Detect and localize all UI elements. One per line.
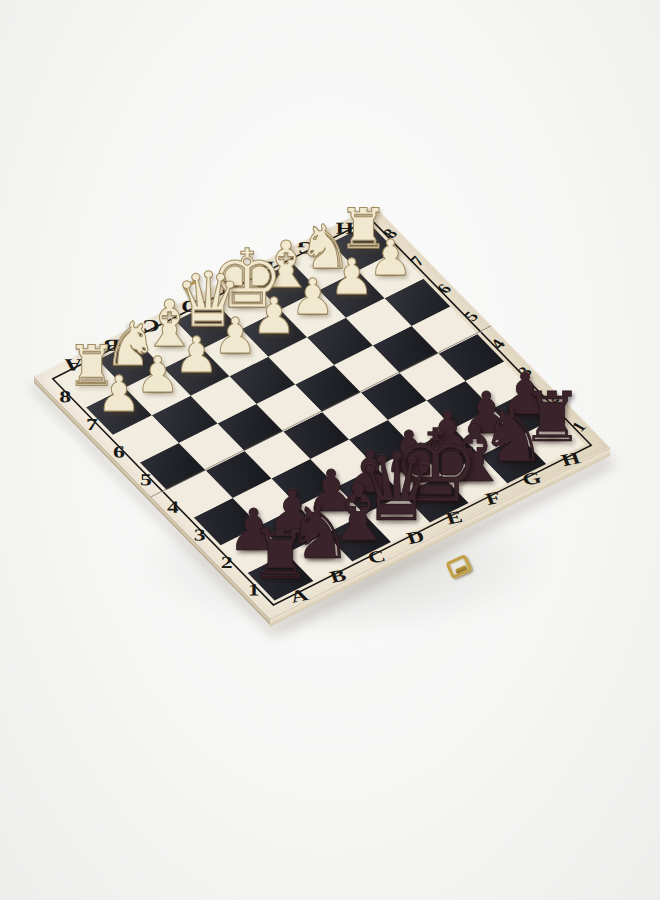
label-file-top-h: H (333, 220, 357, 237)
label-file-bottom-d: D (401, 527, 430, 548)
label-rank-left-3: 3 (188, 527, 212, 544)
label-rank-left-2: 2 (215, 554, 239, 571)
label-file-bottom-e: E (440, 508, 469, 529)
label-file-top-f: F (255, 259, 279, 276)
label-file-bottom-c: C (362, 547, 391, 568)
label-file-top-g: G (294, 239, 318, 256)
label-file-top-c: C (139, 317, 163, 334)
label-file-top-b: B (100, 337, 124, 354)
label-file-bottom-a: A (285, 586, 314, 607)
label-file-bottom-h: H (556, 449, 585, 470)
label-rank-left-6: 6 (107, 444, 131, 461)
label-rank-left-1: 1 (242, 582, 266, 599)
label-rank-left-5: 5 (134, 471, 158, 488)
label-file-bottom-b: B (324, 566, 353, 587)
label-file-bottom-f: F (479, 488, 508, 509)
chess-set-product-photo: AABBCCDDEEFFGGHH1122334455667788 ♜︎♞︎♝︎♛… (0, 0, 660, 900)
label-rank-left-4: 4 (161, 499, 185, 516)
label-file-top-e: E (217, 278, 241, 295)
label-rank-left-8: 8 (53, 389, 77, 406)
label-file-top-a: A (61, 356, 85, 373)
label-file-bottom-g: G (517, 469, 546, 490)
label-rank-left-7: 7 (80, 416, 104, 433)
